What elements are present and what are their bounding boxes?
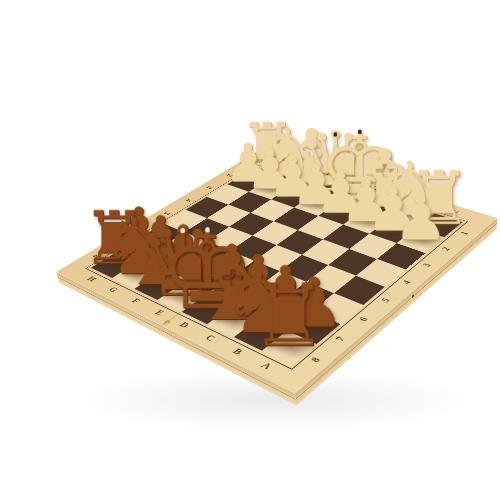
file-label: C — [204, 334, 218, 343]
board-grid: ♜♞♝♚♛♝♞♜♟♟♟♟♟♟♟♟♟♟♟♟♟♟♟♟♜♞♝♚♛♝♞♜ — [91, 160, 462, 365]
rank-label: 5 — [379, 297, 391, 303]
file-label: H — [85, 275, 98, 282]
file-label: D — [178, 321, 191, 329]
file-label: G — [107, 286, 120, 294]
square-a8: ♜ — [262, 331, 317, 366]
chess-board: ♜♞♝♚♛♝♞♜♟♟♟♟♟♟♟♟♟♟♟♟♟♟♟♟♜♞♝♚♛♝♞♜ AABBCCD… — [59, 157, 496, 406]
file-label: B — [231, 347, 245, 356]
file-label: A — [259, 361, 273, 371]
rank-label: 4 — [401, 279, 413, 285]
latch-pin — [412, 294, 414, 299]
rank-label: 3 — [421, 262, 433, 268]
rank-label: 6 — [357, 316, 370, 323]
rank-label: 8 — [309, 356, 322, 364]
board-top: ♜♞♝♚♛♝♞♜♟♟♟♟♟♟♟♟♟♟♟♟♟♟♟♟♜♞♝♚♛♝♞♜ AABBCCD… — [56, 147, 497, 393]
rank-label: 4 — [184, 198, 193, 202]
rank-label: 1 — [459, 231, 471, 236]
rank-label: 7 — [334, 335, 347, 342]
rank-label: 2 — [440, 246, 452, 251]
square-a2: ♟ — [397, 228, 444, 253]
rank-label: 3 — [205, 186, 214, 190]
product-photo: ♜♞♝♚♛♝♞♜♟♟♟♟♟♟♟♟♟♟♟♟♟♟♟♟♜♞♝♚♛♝♞♜ AABBCCD… — [0, 0, 500, 500]
